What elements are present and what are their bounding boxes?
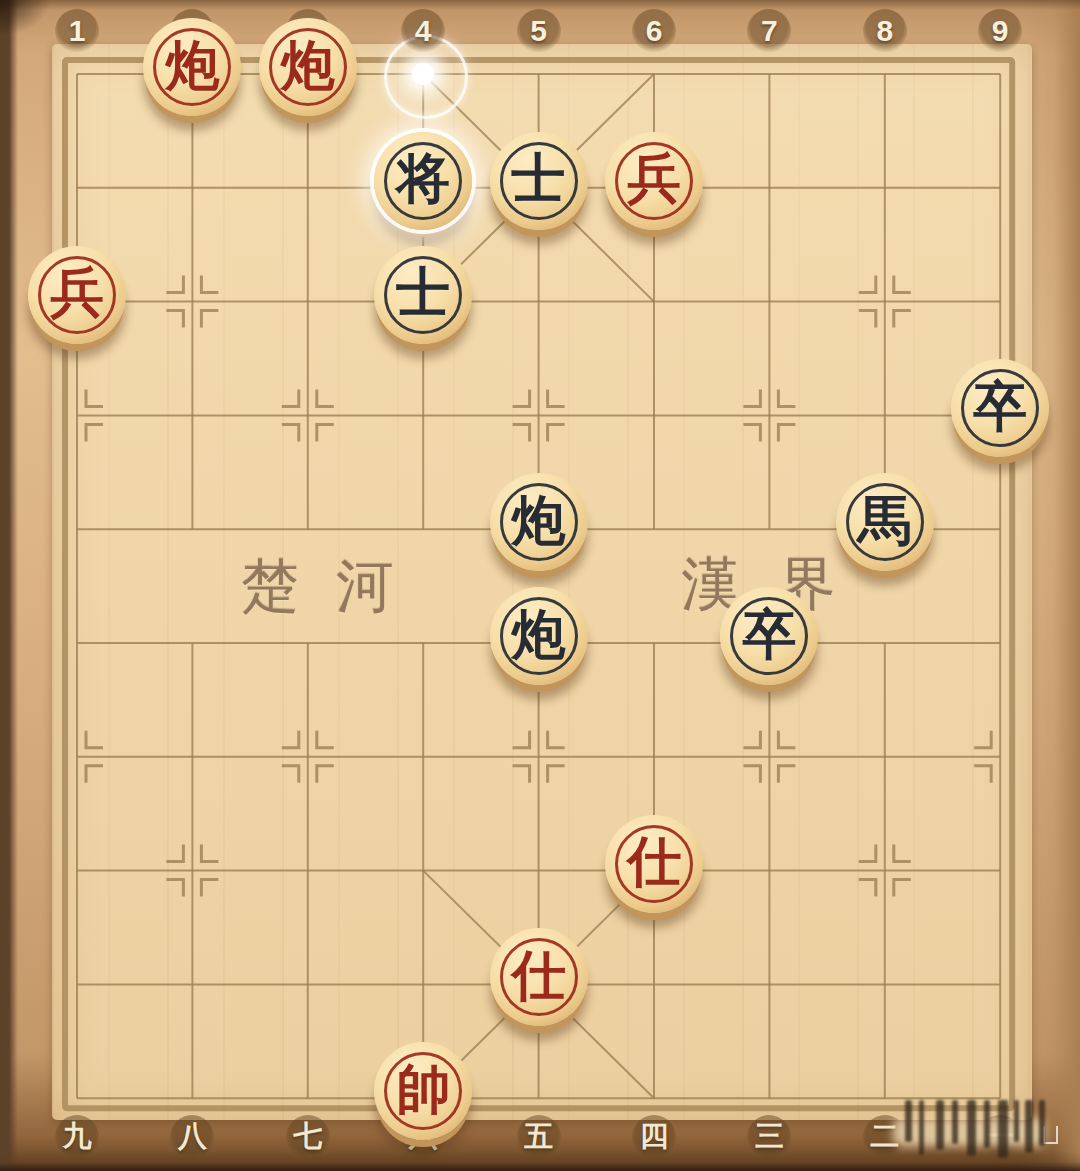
file-label-bottom-八: 八 (169, 1114, 215, 1160)
file-label-bottom-三: 三 (746, 1114, 792, 1160)
piece-black-horse[interactable]: 馬 (836, 473, 934, 571)
piece-red-general[interactable]: 帥 (374, 1042, 472, 1140)
piece-black-cannon[interactable]: 炮 (490, 587, 588, 685)
piece-black-advisor[interactable]: 士 (374, 246, 472, 344)
piece-red-advisor[interactable]: 仕 (605, 815, 703, 913)
piece-black-cannon[interactable]: 炮 (490, 473, 588, 571)
piece-character: 炮 (281, 30, 335, 103)
piece-red-advisor[interactable]: 仕 (490, 928, 588, 1026)
piece-black-soldier[interactable]: 卒 (951, 359, 1049, 457)
xiangqi-board: 楚河 漢界 123456789九八七六五四三二一 炮炮将士兵兵士卒炮馬炮卒仕仕帥 (0, 0, 1080, 1171)
file-label-bottom-五: 五 (516, 1114, 562, 1160)
file-label-top-6: 6 (631, 8, 677, 54)
file-label-bottom-四: 四 (631, 1114, 677, 1160)
piece-character: 仕 (627, 826, 681, 899)
piece-black-soldier[interactable]: 卒 (720, 587, 818, 685)
piece-character: 将 (396, 143, 450, 216)
file-label-top-4: 4 (400, 8, 446, 54)
piece-black-advisor[interactable]: 士 (490, 132, 588, 230)
file-label-top-9: 9 (977, 8, 1023, 54)
piece-red-soldier[interactable]: 兵 (28, 246, 126, 344)
file-label-top-1: 1 (54, 8, 100, 54)
file-label-bottom-二: 二 (862, 1114, 908, 1160)
piece-character: 炮 (165, 30, 219, 103)
piece-character: 卒 (973, 371, 1027, 444)
file-label-top-8: 8 (862, 8, 908, 54)
river-character: 河 (336, 555, 394, 617)
piece-black-general[interactable]: 将 (374, 132, 472, 230)
piece-red-cannon[interactable]: 炮 (143, 18, 241, 116)
piece-character: 帥 (396, 1054, 450, 1127)
piece-red-cannon[interactable]: 炮 (259, 18, 357, 116)
piece-character: 仕 (512, 940, 566, 1013)
piece-character: 兵 (627, 143, 681, 216)
river-character: 楚 (241, 555, 299, 617)
piece-character: 炮 (512, 599, 566, 672)
piece-character: 兵 (50, 257, 104, 330)
file-label-top-7: 7 (746, 8, 792, 54)
piece-red-soldier[interactable]: 兵 (605, 132, 703, 230)
piece-character: 炮 (512, 485, 566, 558)
piece-character: 士 (512, 143, 566, 216)
river-text-left: 楚河 (241, 555, 394, 617)
piece-character: 士 (396, 257, 450, 330)
file-label-bottom-七: 七 (285, 1114, 331, 1160)
piece-character: 卒 (742, 599, 796, 672)
piece-character: 馬 (858, 485, 912, 558)
file-label-top-5: 5 (516, 8, 562, 54)
file-label-bottom-九: 九 (54, 1114, 100, 1160)
file-label-bottom-一: 一 (977, 1114, 1023, 1160)
